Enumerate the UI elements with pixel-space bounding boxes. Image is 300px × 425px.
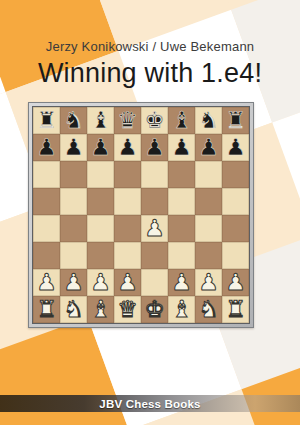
piece-white-pawn: ♟ <box>36 269 57 296</box>
chess-board-frame: ♜♞♝♛♚♝♞♜♟♟♟♟♟♟♟♟♟♟♟♟♟♟♟♟♜♞♝♛♚♝♞♜ <box>28 102 254 328</box>
square-h6 <box>222 161 249 188</box>
square-f8: ♝ <box>168 107 195 134</box>
piece-white-pawn: ♟ <box>198 269 219 296</box>
square-c5 <box>87 188 114 215</box>
square-e3 <box>141 242 168 269</box>
piece-black-pawn: ♟ <box>198 134 219 161</box>
square-g4 <box>195 215 222 242</box>
square-a6 <box>33 161 60 188</box>
piece-black-queen: ♛ <box>117 107 138 134</box>
piece-white-queen: ♛ <box>117 296 138 323</box>
square-b4 <box>60 215 87 242</box>
piece-white-rook: ♜ <box>225 296 246 323</box>
square-h1: ♜ <box>222 296 249 323</box>
square-g7: ♟ <box>195 134 222 161</box>
piece-white-knight: ♞ <box>198 296 219 323</box>
square-d3 <box>114 242 141 269</box>
square-c7: ♟ <box>87 134 114 161</box>
square-b2: ♟ <box>60 269 87 296</box>
square-c1: ♝ <box>87 296 114 323</box>
square-d4 <box>114 215 141 242</box>
square-e6 <box>141 161 168 188</box>
piece-black-pawn: ♟ <box>225 134 246 161</box>
piece-white-rook: ♜ <box>36 296 57 323</box>
square-a5 <box>33 188 60 215</box>
piece-black-bishop: ♝ <box>171 107 192 134</box>
square-d2: ♟ <box>114 269 141 296</box>
piece-white-knight: ♞ <box>63 296 84 323</box>
publisher-label: JBV Chess Books <box>99 398 200 410</box>
publisher-bar: JBV Chess Books <box>0 395 300 412</box>
piece-white-pawn: ♟ <box>117 269 138 296</box>
square-h4 <box>222 215 249 242</box>
square-f6 <box>168 161 195 188</box>
piece-black-pawn: ♟ <box>117 134 138 161</box>
square-b7: ♟ <box>60 134 87 161</box>
piece-white-king: ♚ <box>144 296 165 323</box>
square-b1: ♞ <box>60 296 87 323</box>
chess-board: ♜♞♝♛♚♝♞♜♟♟♟♟♟♟♟♟♟♟♟♟♟♟♟♟♜♞♝♛♚♝♞♜ <box>32 106 250 324</box>
square-d5 <box>114 188 141 215</box>
piece-black-pawn: ♟ <box>63 134 84 161</box>
piece-black-pawn: ♟ <box>144 134 165 161</box>
square-e1: ♚ <box>141 296 168 323</box>
piece-black-pawn: ♟ <box>36 134 57 161</box>
piece-white-pawn: ♟ <box>225 269 246 296</box>
piece-white-pawn: ♟ <box>63 269 84 296</box>
square-h5 <box>222 188 249 215</box>
square-f7: ♟ <box>168 134 195 161</box>
square-c4 <box>87 215 114 242</box>
square-b5 <box>60 188 87 215</box>
piece-black-rook: ♜ <box>225 107 246 134</box>
square-g5 <box>195 188 222 215</box>
square-a1: ♜ <box>33 296 60 323</box>
piece-white-pawn: ♟ <box>90 269 111 296</box>
piece-black-rook: ♜ <box>36 107 57 134</box>
square-f5 <box>168 188 195 215</box>
square-c2: ♟ <box>87 269 114 296</box>
square-c6 <box>87 161 114 188</box>
square-b3 <box>60 242 87 269</box>
square-d8: ♛ <box>114 107 141 134</box>
square-g8: ♞ <box>195 107 222 134</box>
square-e8: ♚ <box>141 107 168 134</box>
square-h8: ♜ <box>222 107 249 134</box>
square-e5 <box>141 188 168 215</box>
square-f1: ♝ <box>168 296 195 323</box>
piece-white-pawn: ♟ <box>171 269 192 296</box>
square-c8: ♝ <box>87 107 114 134</box>
square-a2: ♟ <box>33 269 60 296</box>
piece-black-knight: ♞ <box>198 107 219 134</box>
square-f2: ♟ <box>168 269 195 296</box>
square-g6 <box>195 161 222 188</box>
piece-white-pawn: ♟ <box>144 215 165 242</box>
square-f3 <box>168 242 195 269</box>
square-a8: ♜ <box>33 107 60 134</box>
square-g2: ♟ <box>195 269 222 296</box>
piece-white-bishop: ♝ <box>90 296 111 323</box>
square-e2 <box>141 269 168 296</box>
square-h7: ♟ <box>222 134 249 161</box>
square-g1: ♞ <box>195 296 222 323</box>
square-g3 <box>195 242 222 269</box>
square-a7: ♟ <box>33 134 60 161</box>
square-e4: ♟ <box>141 215 168 242</box>
square-d1: ♛ <box>114 296 141 323</box>
square-d7: ♟ <box>114 134 141 161</box>
square-a4 <box>33 215 60 242</box>
piece-black-pawn: ♟ <box>171 134 192 161</box>
square-f4 <box>168 215 195 242</box>
square-b6 <box>60 161 87 188</box>
square-a3 <box>33 242 60 269</box>
piece-black-knight: ♞ <box>63 107 84 134</box>
piece-black-pawn: ♟ <box>90 134 111 161</box>
book-cover: Jerzy Konikowski / Uwe Bekemann Winning … <box>0 0 300 425</box>
square-h2: ♟ <box>222 269 249 296</box>
square-c3 <box>87 242 114 269</box>
piece-black-king: ♚ <box>144 107 165 134</box>
book-title: Winning with 1.e4! <box>0 58 300 89</box>
piece-black-bishop: ♝ <box>90 107 111 134</box>
square-d6 <box>114 161 141 188</box>
piece-white-bishop: ♝ <box>171 296 192 323</box>
square-h3 <box>222 242 249 269</box>
square-e7: ♟ <box>141 134 168 161</box>
square-b8: ♞ <box>60 107 87 134</box>
authors-line: Jerzy Konikowski / Uwe Bekemann <box>0 39 300 54</box>
